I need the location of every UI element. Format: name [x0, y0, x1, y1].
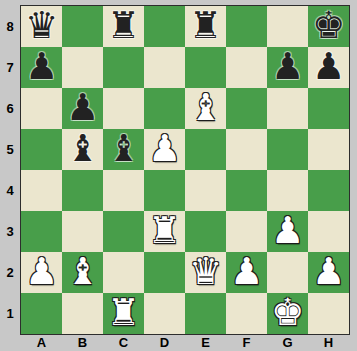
file-label-d: D: [144, 334, 185, 351]
square-a7[interactable]: ♟: [21, 47, 62, 88]
square-d8[interactable]: [144, 6, 185, 47]
square-h7[interactable]: ♟: [308, 47, 349, 88]
square-d6[interactable]: [144, 88, 185, 129]
black-rook[interactable]: ♜: [107, 7, 140, 44]
rank-label-2: 2: [0, 252, 20, 293]
square-h1[interactable]: [308, 293, 349, 334]
black-bishop[interactable]: ♝: [66, 130, 99, 167]
square-c1[interactable]: ♜: [103, 293, 144, 334]
square-f3[interactable]: [226, 211, 267, 252]
square-d4[interactable]: [144, 170, 185, 211]
square-b3[interactable]: [62, 211, 103, 252]
white-bishop[interactable]: ♝: [66, 253, 99, 290]
square-h2[interactable]: ♟: [308, 252, 349, 293]
file-label-c: C: [103, 334, 144, 351]
square-c4[interactable]: [103, 170, 144, 211]
square-a3[interactable]: [21, 211, 62, 252]
file-label-b: B: [62, 334, 103, 351]
square-f1[interactable]: [226, 293, 267, 334]
square-a5[interactable]: [21, 129, 62, 170]
file-labels: ABCDEFGH: [21, 334, 349, 351]
square-f5[interactable]: [226, 129, 267, 170]
rank-label-1: 1: [0, 293, 20, 334]
rank-label-5: 5: [0, 129, 20, 170]
white-pawn[interactable]: ♟: [271, 212, 304, 249]
square-b4[interactable]: [62, 170, 103, 211]
square-f6[interactable]: [226, 88, 267, 129]
square-a6[interactable]: [21, 88, 62, 129]
black-pawn[interactable]: ♟: [312, 48, 345, 85]
square-g1[interactable]: ♚: [267, 293, 308, 334]
rank-label-4: 4: [0, 170, 20, 211]
square-h8[interactable]: ♚: [308, 6, 349, 47]
square-c5[interactable]: ♝: [103, 129, 144, 170]
black-pawn[interactable]: ♟: [66, 89, 99, 126]
square-g7[interactable]: ♟: [267, 47, 308, 88]
square-h5[interactable]: [308, 129, 349, 170]
square-b7[interactable]: [62, 47, 103, 88]
square-d5[interactable]: ♟: [144, 129, 185, 170]
square-b5[interactable]: ♝: [62, 129, 103, 170]
square-b2[interactable]: ♝: [62, 252, 103, 293]
rank-label-8: 8: [0, 6, 20, 47]
square-e7[interactable]: [185, 47, 226, 88]
chess-diagram: 87654321 ♛♜♜♚♟♟♟♟♝♝♝♟♜♟♟♝♛♟♟♜♚ ABCDEFGH: [0, 0, 357, 351]
black-bishop[interactable]: ♝: [107, 130, 140, 167]
square-h3[interactable]: [308, 211, 349, 252]
black-king[interactable]: ♚: [312, 7, 345, 44]
white-queen[interactable]: ♛: [189, 253, 222, 290]
square-g2[interactable]: [267, 252, 308, 293]
square-e8[interactable]: ♜: [185, 6, 226, 47]
square-a1[interactable]: [21, 293, 62, 334]
square-d3[interactable]: ♜: [144, 211, 185, 252]
white-pawn[interactable]: ♟: [312, 253, 345, 290]
square-f2[interactable]: ♟: [226, 252, 267, 293]
white-pawn[interactable]: ♟: [230, 253, 263, 290]
square-h6[interactable]: [308, 88, 349, 129]
white-rook[interactable]: ♜: [148, 212, 181, 249]
file-label-g: G: [267, 334, 308, 351]
square-g4[interactable]: [267, 170, 308, 211]
square-b1[interactable]: [62, 293, 103, 334]
black-pawn[interactable]: ♟: [271, 48, 304, 85]
file-label-h: H: [308, 334, 349, 351]
black-queen[interactable]: ♛: [25, 7, 58, 44]
square-g8[interactable]: [267, 6, 308, 47]
square-d1[interactable]: [144, 293, 185, 334]
square-e4[interactable]: [185, 170, 226, 211]
square-e6[interactable]: ♝: [185, 88, 226, 129]
square-c2[interactable]: [103, 252, 144, 293]
rank-labels: 87654321: [0, 6, 20, 334]
square-b8[interactable]: [62, 6, 103, 47]
white-pawn[interactable]: ♟: [25, 253, 58, 290]
square-g3[interactable]: ♟: [267, 211, 308, 252]
square-e1[interactable]: [185, 293, 226, 334]
square-a2[interactable]: ♟: [21, 252, 62, 293]
file-label-a: A: [21, 334, 62, 351]
square-a8[interactable]: ♛: [21, 6, 62, 47]
square-f4[interactable]: [226, 170, 267, 211]
square-b6[interactable]: ♟: [62, 88, 103, 129]
square-c6[interactable]: [103, 88, 144, 129]
square-g6[interactable]: [267, 88, 308, 129]
rank-label-3: 3: [0, 211, 20, 252]
rank-label-6: 6: [0, 88, 20, 129]
square-d7[interactable]: [144, 47, 185, 88]
file-label-e: E: [185, 334, 226, 351]
black-rook[interactable]: ♜: [189, 7, 222, 44]
square-f7[interactable]: [226, 47, 267, 88]
square-e3[interactable]: [185, 211, 226, 252]
square-c3[interactable]: [103, 211, 144, 252]
square-e5[interactable]: [185, 129, 226, 170]
square-c7[interactable]: [103, 47, 144, 88]
square-e2[interactable]: ♛: [185, 252, 226, 293]
file-label-f: F: [226, 334, 267, 351]
white-pawn[interactable]: ♟: [148, 130, 181, 167]
board: ♛♜♜♚♟♟♟♟♝♝♝♟♜♟♟♝♛♟♟♜♚: [20, 5, 350, 335]
black-pawn[interactable]: ♟: [25, 48, 58, 85]
square-h4[interactable]: [308, 170, 349, 211]
rank-label-7: 7: [0, 47, 20, 88]
square-d2[interactable]: [144, 252, 185, 293]
square-f8[interactable]: [226, 6, 267, 47]
square-a4[interactable]: [21, 170, 62, 211]
white-rook[interactable]: ♜: [107, 294, 140, 331]
square-g5[interactable]: [267, 129, 308, 170]
white-bishop[interactable]: ♝: [189, 89, 222, 126]
square-c8[interactable]: ♜: [103, 6, 144, 47]
white-king[interactable]: ♚: [271, 294, 304, 331]
